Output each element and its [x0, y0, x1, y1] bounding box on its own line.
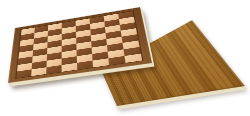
board-square: [46, 65, 61, 74]
board-square: [77, 61, 93, 70]
board-square: [108, 56, 125, 65]
checkerboard-frame: [8, 7, 152, 83]
board-square: [93, 58, 110, 67]
board-square: [124, 54, 142, 63]
checkerboard: [0, 0, 250, 116]
board-square: [31, 67, 46, 76]
board-square: [62, 63, 78, 72]
board-set-photo: [0, 0, 250, 116]
board-square: [16, 69, 31, 78]
